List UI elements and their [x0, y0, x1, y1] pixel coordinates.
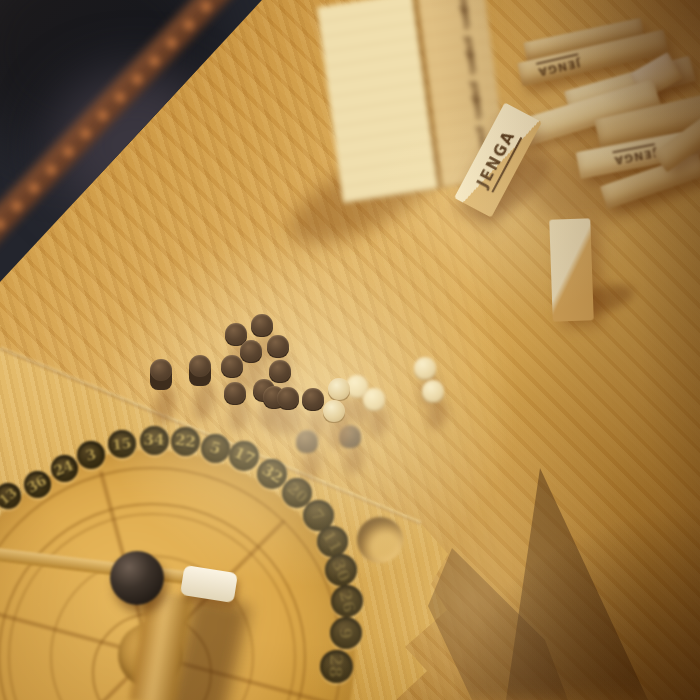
roulette-chip[interactable] — [277, 387, 299, 409]
roulette-chip[interactable] — [189, 355, 211, 377]
chip-top — [323, 400, 345, 422]
roulette-chip[interactable] — [328, 378, 350, 400]
chip-top — [221, 355, 243, 377]
chip-top — [302, 388, 324, 410]
chip-top — [267, 335, 289, 357]
chip-top — [277, 387, 299, 409]
jenga-stamp-text: JENGA — [612, 142, 658, 166]
roulette-chip[interactable] — [267, 335, 289, 357]
roulette-chip[interactable] — [221, 355, 243, 377]
chip-top — [328, 378, 350, 400]
jenga-scattered-pile[interactable]: JENGAJENGA — [0, 0, 700, 700]
roulette-chip[interactable] — [251, 314, 273, 336]
jenga-stamp-text: JENGA — [536, 53, 582, 78]
roulette-chip[interactable] — [240, 340, 262, 362]
roulette-chip[interactable] — [269, 360, 291, 382]
chip-top — [150, 359, 172, 381]
chip-top — [251, 314, 273, 336]
roulette-chip[interactable] — [323, 400, 345, 422]
photo-scene: 133624315342251732207113026928 JENGAJENG… — [0, 0, 700, 700]
chip-top — [224, 382, 246, 404]
jenga-standing-block[interactable] — [549, 218, 594, 321]
chip-top — [189, 355, 211, 377]
roulette-chip[interactable] — [224, 382, 246, 404]
chip-top — [269, 360, 291, 382]
chip-top — [240, 340, 262, 362]
roulette-chip[interactable] — [150, 359, 172, 381]
roulette-chip[interactable] — [302, 388, 324, 410]
